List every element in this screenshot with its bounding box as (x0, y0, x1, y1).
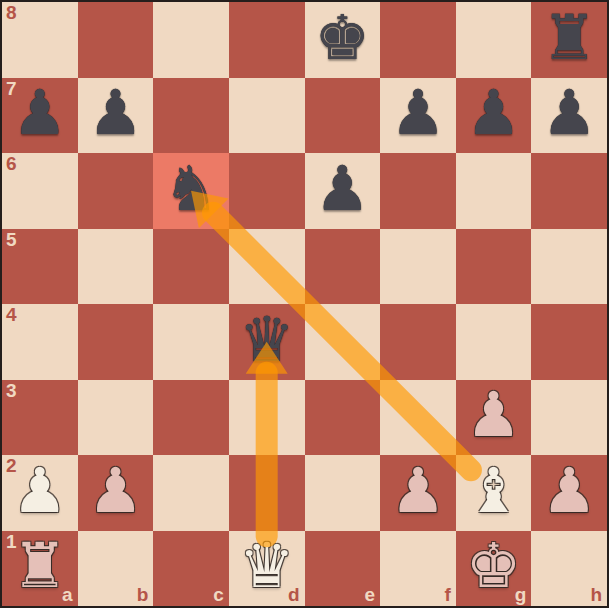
square-g2[interactable]: ♝ (456, 455, 532, 531)
black-pawn-e6[interactable]: ♟ (315, 158, 371, 220)
black-pawn-h7[interactable]: ♟ (541, 82, 597, 144)
square-g8[interactable] (456, 2, 532, 78)
rank-label-8: 8 (6, 3, 17, 24)
square-d2[interactable] (229, 455, 305, 531)
square-h6[interactable] (531, 153, 607, 229)
black-king-e8[interactable]: ♚ (315, 7, 371, 69)
square-h4[interactable] (531, 304, 607, 380)
square-e4[interactable] (305, 304, 381, 380)
square-b4[interactable] (78, 304, 154, 380)
square-b1[interactable]: b (78, 531, 154, 607)
white-pawn-b2[interactable]: ♟ (88, 460, 144, 522)
square-g3[interactable]: ♟ (456, 380, 532, 456)
square-f5[interactable] (380, 229, 456, 305)
square-c1[interactable]: c (153, 531, 229, 607)
square-e2[interactable] (305, 455, 381, 531)
square-f1[interactable]: f (380, 531, 456, 607)
square-b7[interactable]: ♟ (78, 78, 154, 154)
file-label-e: e (365, 585, 376, 606)
chess-board[interactable]: 8♚♜7♟♟♟♟♟6♞♟54♛3♟2♟♟♟♝♟1a♜bcd♛efg♚h (0, 0, 609, 608)
white-pawn-a2[interactable]: ♟ (12, 460, 68, 522)
rank-label-4: 4 (6, 305, 17, 326)
white-pawn-f2[interactable]: ♟ (390, 460, 446, 522)
square-g1[interactable]: g♚ (456, 531, 532, 607)
square-f3[interactable] (380, 380, 456, 456)
square-h5[interactable] (531, 229, 607, 305)
square-b2[interactable]: ♟ (78, 455, 154, 531)
white-pawn-h2[interactable]: ♟ (541, 460, 597, 522)
square-a1[interactable]: 1a♜ (2, 531, 78, 607)
white-rook-a1[interactable]: ♜ (12, 535, 68, 597)
white-pawn-g3[interactable]: ♟ (466, 384, 522, 446)
square-e7[interactable] (305, 78, 381, 154)
square-d7[interactable] (229, 78, 305, 154)
square-h8[interactable]: ♜ (531, 2, 607, 78)
white-queen-d1[interactable]: ♛ (239, 535, 295, 597)
white-king-g1[interactable]: ♚ (466, 535, 522, 597)
square-c8[interactable] (153, 2, 229, 78)
square-c2[interactable] (153, 455, 229, 531)
black-pawn-b7[interactable]: ♟ (88, 82, 144, 144)
black-knight-c6[interactable]: ♞ (163, 158, 219, 220)
file-label-f: f (444, 585, 450, 606)
square-g4[interactable] (456, 304, 532, 380)
rank-label-3: 3 (6, 381, 17, 402)
square-c5[interactable] (153, 229, 229, 305)
square-b5[interactable] (78, 229, 154, 305)
white-bishop-g2[interactable]: ♝ (466, 460, 522, 522)
square-h2[interactable]: ♟ (531, 455, 607, 531)
file-label-c: c (213, 585, 224, 606)
square-h3[interactable] (531, 380, 607, 456)
rank-label-6: 6 (6, 154, 17, 175)
square-f8[interactable] (380, 2, 456, 78)
square-e3[interactable] (305, 380, 381, 456)
square-c7[interactable] (153, 78, 229, 154)
square-a5[interactable]: 5 (2, 229, 78, 305)
square-b3[interactable] (78, 380, 154, 456)
square-d6[interactable] (229, 153, 305, 229)
square-e6[interactable]: ♟ (305, 153, 381, 229)
black-pawn-g7[interactable]: ♟ (466, 82, 522, 144)
square-h1[interactable]: h (531, 531, 607, 607)
square-f4[interactable] (380, 304, 456, 380)
square-e5[interactable] (305, 229, 381, 305)
square-d4[interactable]: ♛ (229, 304, 305, 380)
black-queen-d4[interactable]: ♛ (239, 309, 295, 371)
file-label-h: h (590, 585, 602, 606)
square-a3[interactable]: 3 (2, 380, 78, 456)
square-c4[interactable] (153, 304, 229, 380)
black-pawn-f7[interactable]: ♟ (390, 82, 446, 144)
rank-label-5: 5 (6, 230, 17, 251)
square-e1[interactable]: e (305, 531, 381, 607)
square-f6[interactable] (380, 153, 456, 229)
square-a6[interactable]: 6 (2, 153, 78, 229)
square-f7[interactable]: ♟ (380, 78, 456, 154)
square-c3[interactable] (153, 380, 229, 456)
square-d8[interactable] (229, 2, 305, 78)
square-d1[interactable]: d♛ (229, 531, 305, 607)
square-h7[interactable]: ♟ (531, 78, 607, 154)
square-f2[interactable]: ♟ (380, 455, 456, 531)
square-a4[interactable]: 4 (2, 304, 78, 380)
square-g5[interactable] (456, 229, 532, 305)
black-pawn-a7[interactable]: ♟ (12, 82, 68, 144)
square-d3[interactable] (229, 380, 305, 456)
square-b8[interactable] (78, 2, 154, 78)
square-g7[interactable]: ♟ (456, 78, 532, 154)
file-label-b: b (137, 585, 149, 606)
square-g6[interactable] (456, 153, 532, 229)
square-a2[interactable]: 2♟ (2, 455, 78, 531)
square-b6[interactable] (78, 153, 154, 229)
square-a8[interactable]: 8 (2, 2, 78, 78)
square-e8[interactable]: ♚ (305, 2, 381, 78)
square-d5[interactable] (229, 229, 305, 305)
square-a7[interactable]: 7♟ (2, 78, 78, 154)
square-c6[interactable]: ♞ (153, 153, 229, 229)
black-rook-h8[interactable]: ♜ (541, 7, 597, 69)
